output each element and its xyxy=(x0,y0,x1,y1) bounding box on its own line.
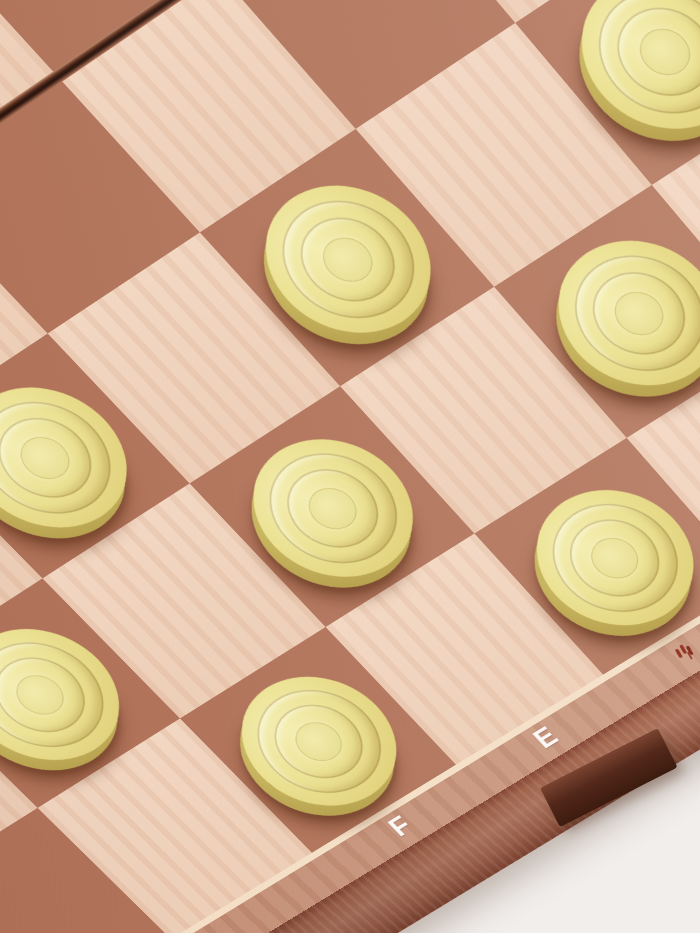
red-maker-mark xyxy=(675,649,683,659)
photo-stage: F E xyxy=(0,0,700,933)
